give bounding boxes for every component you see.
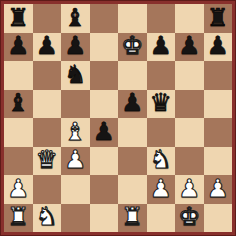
square-a5[interactable]: ♝ — [4, 90, 33, 119]
square-f3[interactable]: ♞ — [147, 147, 176, 176]
square-e7[interactable]: ♚ — [118, 33, 147, 62]
square-d8[interactable] — [90, 4, 119, 33]
square-d1[interactable] — [90, 204, 119, 233]
piece-black-queen-f5[interactable]: ♛ — [150, 90, 172, 115]
square-h6[interactable] — [204, 61, 233, 90]
square-b8[interactable] — [33, 4, 62, 33]
square-h4[interactable] — [204, 118, 233, 147]
piece-black-pawn-a7[interactable]: ♟ — [7, 33, 29, 58]
square-d6[interactable] — [90, 61, 119, 90]
piece-black-pawn-e5[interactable]: ♟ — [121, 90, 143, 115]
piece-black-pawn-d4[interactable]: ♟ — [93, 119, 115, 144]
square-a4[interactable] — [4, 118, 33, 147]
square-d2[interactable] — [90, 175, 119, 204]
piece-black-pawn-h7[interactable]: ♟ — [207, 33, 229, 58]
piece-white-knight-b1[interactable]: ♞ — [36, 204, 58, 229]
square-d5[interactable] — [90, 90, 119, 119]
piece-white-king-e7[interactable]: ♚ — [121, 33, 143, 58]
square-b2[interactable] — [33, 175, 62, 204]
square-a7[interactable]: ♟ — [4, 33, 33, 62]
square-c2[interactable] — [61, 175, 90, 204]
piece-white-pawn-a2[interactable]: ♟ — [7, 176, 29, 201]
piece-black-rook-a8[interactable]: ♜ — [7, 5, 29, 30]
piece-white-king-g1[interactable]: ♚ — [178, 204, 200, 229]
square-h1[interactable] — [204, 204, 233, 233]
piece-black-bishop-c8[interactable]: ♝ — [64, 5, 86, 30]
square-e2[interactable] — [118, 175, 147, 204]
square-b5[interactable] — [33, 90, 62, 119]
square-e1[interactable]: ♜ — [118, 204, 147, 233]
square-c3[interactable]: ♟ — [61, 147, 90, 176]
square-d3[interactable] — [90, 147, 119, 176]
square-h3[interactable] — [204, 147, 233, 176]
piece-white-bishop-c4[interactable]: ♝ — [64, 119, 86, 144]
square-g6[interactable] — [175, 61, 204, 90]
square-g7[interactable]: ♟ — [175, 33, 204, 62]
piece-white-pawn-c3[interactable]: ♟ — [64, 147, 86, 172]
square-e8[interactable] — [118, 4, 147, 33]
square-g1[interactable]: ♚ — [175, 204, 204, 233]
piece-white-pawn-f2[interactable]: ♟ — [150, 176, 172, 201]
square-e4[interactable] — [118, 118, 147, 147]
square-h5[interactable] — [204, 90, 233, 119]
square-c8[interactable]: ♝ — [61, 4, 90, 33]
square-a1[interactable]: ♜ — [4, 204, 33, 233]
square-c7[interactable]: ♟ — [61, 33, 90, 62]
square-a8[interactable]: ♜ — [4, 4, 33, 33]
square-d7[interactable] — [90, 33, 119, 62]
square-a3[interactable] — [4, 147, 33, 176]
square-e6[interactable] — [118, 61, 147, 90]
square-g2[interactable]: ♟ — [175, 175, 204, 204]
square-f7[interactable]: ♟ — [147, 33, 176, 62]
square-b4[interactable] — [33, 118, 62, 147]
square-f2[interactable]: ♟ — [147, 175, 176, 204]
square-b7[interactable]: ♟ — [33, 33, 62, 62]
square-e3[interactable] — [118, 147, 147, 176]
piece-black-pawn-f7[interactable]: ♟ — [150, 33, 172, 58]
piece-black-knight-c6[interactable]: ♞ — [64, 62, 86, 87]
piece-black-rook-h8[interactable]: ♜ — [207, 5, 229, 30]
square-f8[interactable] — [147, 4, 176, 33]
piece-white-pawn-h2[interactable]: ♟ — [207, 176, 229, 201]
square-d4[interactable]: ♟ — [90, 118, 119, 147]
square-b6[interactable] — [33, 61, 62, 90]
square-e5[interactable]: ♟ — [118, 90, 147, 119]
chessboard-screenshot: ♜♝♜♟♟♟♚♟♟♟♞♝♟♛♝♟♛♟♞♟♟♟♟♜♞♜♚ — [0, 0, 236, 236]
square-c4[interactable]: ♝ — [61, 118, 90, 147]
square-b3[interactable]: ♛ — [33, 147, 62, 176]
square-h7[interactable]: ♟ — [204, 33, 233, 62]
piece-white-knight-f3[interactable]: ♞ — [150, 147, 172, 172]
piece-black-pawn-g7[interactable]: ♟ — [178, 33, 200, 58]
piece-white-rook-e1[interactable]: ♜ — [121, 204, 143, 229]
square-c1[interactable] — [61, 204, 90, 233]
square-g3[interactable] — [175, 147, 204, 176]
piece-black-bishop-a5[interactable]: ♝ — [7, 90, 29, 115]
square-g5[interactable] — [175, 90, 204, 119]
piece-black-pawn-c7[interactable]: ♟ — [64, 33, 86, 58]
piece-white-pawn-g2[interactable]: ♟ — [178, 176, 200, 201]
piece-white-queen-b3[interactable]: ♛ — [36, 147, 58, 172]
square-g8[interactable] — [175, 4, 204, 33]
square-f6[interactable] — [147, 61, 176, 90]
piece-black-pawn-b7[interactable]: ♟ — [36, 33, 58, 58]
square-f5[interactable]: ♛ — [147, 90, 176, 119]
square-c5[interactable] — [61, 90, 90, 119]
square-f1[interactable] — [147, 204, 176, 233]
square-b1[interactable]: ♞ — [33, 204, 62, 233]
square-h2[interactable]: ♟ — [204, 175, 233, 204]
square-a2[interactable]: ♟ — [4, 175, 33, 204]
square-c6[interactable]: ♞ — [61, 61, 90, 90]
square-g4[interactable] — [175, 118, 204, 147]
chess-board: ♜♝♜♟♟♟♚♟♟♟♞♝♟♛♝♟♛♟♞♟♟♟♟♜♞♜♚ — [4, 4, 232, 232]
square-a6[interactable] — [4, 61, 33, 90]
piece-white-rook-a1[interactable]: ♜ — [7, 204, 29, 229]
board-frame: ♜♝♜♟♟♟♚♟♟♟♞♝♟♛♝♟♛♟♞♟♟♟♟♜♞♜♚ — [0, 0, 236, 236]
square-f4[interactable] — [147, 118, 176, 147]
square-h8[interactable]: ♜ — [204, 4, 233, 33]
